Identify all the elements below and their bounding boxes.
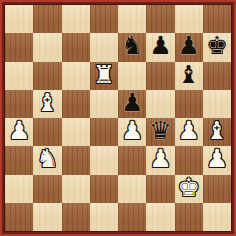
chess-board-frame: ♞♟♟♚♜♝♝♟♟♟♛♟♝♞♟♟♚: [0, 0, 236, 236]
square-b3[interactable]: ♞: [33, 146, 61, 174]
square-c1[interactable]: [62, 203, 90, 231]
square-c7[interactable]: [62, 33, 90, 61]
piece-black-king-h7[interactable]: ♚: [206, 32, 228, 60]
square-e5[interactable]: ♟: [118, 90, 146, 118]
square-f4[interactable]: ♛: [146, 118, 174, 146]
square-b8[interactable]: [33, 5, 61, 33]
square-a4[interactable]: ♟: [5, 118, 33, 146]
square-b2[interactable]: [33, 175, 61, 203]
piece-black-queen-f4[interactable]: ♛: [149, 117, 171, 145]
square-c8[interactable]: [62, 5, 90, 33]
square-a6[interactable]: [5, 62, 33, 90]
square-b6[interactable]: [33, 62, 61, 90]
square-a8[interactable]: [5, 5, 33, 33]
square-e8[interactable]: [118, 5, 146, 33]
square-d5[interactable]: [90, 90, 118, 118]
square-e2[interactable]: [118, 175, 146, 203]
square-b1[interactable]: [33, 203, 61, 231]
square-f3[interactable]: ♟: [146, 146, 174, 174]
square-h1[interactable]: [203, 203, 231, 231]
piece-white-bishop-h4[interactable]: ♝: [206, 117, 228, 145]
square-a3[interactable]: [5, 146, 33, 174]
square-d4[interactable]: [90, 118, 118, 146]
piece-black-pawn-f7[interactable]: ♟: [149, 32, 171, 60]
square-f2[interactable]: [146, 175, 174, 203]
square-g8[interactable]: [175, 5, 203, 33]
square-h7[interactable]: ♚: [203, 33, 231, 61]
piece-white-pawn-h3[interactable]: ♟: [206, 145, 228, 173]
square-a7[interactable]: [5, 33, 33, 61]
square-f6[interactable]: [146, 62, 174, 90]
square-e1[interactable]: [118, 203, 146, 231]
square-d2[interactable]: [90, 175, 118, 203]
square-f5[interactable]: [146, 90, 174, 118]
square-g5[interactable]: [175, 90, 203, 118]
square-d1[interactable]: [90, 203, 118, 231]
square-c2[interactable]: [62, 175, 90, 203]
square-g1[interactable]: [175, 203, 203, 231]
chess-board: ♞♟♟♚♜♝♝♟♟♟♛♟♝♞♟♟♚: [5, 5, 231, 231]
square-e3[interactable]: [118, 146, 146, 174]
square-c4[interactable]: [62, 118, 90, 146]
square-g6[interactable]: ♝: [175, 62, 203, 90]
piece-white-knight-b3[interactable]: ♞: [36, 145, 58, 173]
square-a1[interactable]: [5, 203, 33, 231]
square-h5[interactable]: [203, 90, 231, 118]
square-d3[interactable]: [90, 146, 118, 174]
square-a5[interactable]: [5, 90, 33, 118]
square-d6[interactable]: ♜: [90, 62, 118, 90]
piece-white-pawn-f3[interactable]: ♟: [149, 145, 171, 173]
square-h6[interactable]: [203, 62, 231, 90]
square-h8[interactable]: [203, 5, 231, 33]
piece-black-pawn-e5[interactable]: ♟: [121, 89, 143, 117]
square-c3[interactable]: [62, 146, 90, 174]
square-e4[interactable]: ♟: [118, 118, 146, 146]
piece-black-bishop-g6[interactable]: ♝: [177, 61, 199, 89]
square-d8[interactable]: [90, 5, 118, 33]
square-a2[interactable]: [5, 175, 33, 203]
square-f8[interactable]: [146, 5, 174, 33]
square-e7[interactable]: ♞: [118, 33, 146, 61]
square-g4[interactable]: ♟: [175, 118, 203, 146]
piece-white-pawn-e4[interactable]: ♟: [121, 117, 143, 145]
square-b7[interactable]: [33, 33, 61, 61]
piece-white-rook-d6[interactable]: ♜: [93, 61, 115, 89]
square-b5[interactable]: ♝: [33, 90, 61, 118]
piece-white-bishop-b5[interactable]: ♝: [36, 89, 58, 117]
square-b4[interactable]: [33, 118, 61, 146]
piece-black-knight-e7[interactable]: ♞: [121, 32, 143, 60]
piece-black-pawn-g7[interactable]: ♟: [177, 32, 199, 60]
square-f1[interactable]: [146, 203, 174, 231]
square-g7[interactable]: ♟: [175, 33, 203, 61]
square-h2[interactable]: [203, 175, 231, 203]
piece-white-king-g2[interactable]: ♚: [177, 174, 199, 202]
piece-white-pawn-g4[interactable]: ♟: [177, 117, 199, 145]
square-g2[interactable]: ♚: [175, 175, 203, 203]
square-d7[interactable]: [90, 33, 118, 61]
square-h3[interactable]: ♟: [203, 146, 231, 174]
square-e6[interactable]: [118, 62, 146, 90]
piece-white-pawn-a4[interactable]: ♟: [8, 117, 30, 145]
square-f7[interactable]: ♟: [146, 33, 174, 61]
square-c6[interactable]: [62, 62, 90, 90]
square-h4[interactable]: ♝: [203, 118, 231, 146]
square-c5[interactable]: [62, 90, 90, 118]
square-g3[interactable]: [175, 146, 203, 174]
